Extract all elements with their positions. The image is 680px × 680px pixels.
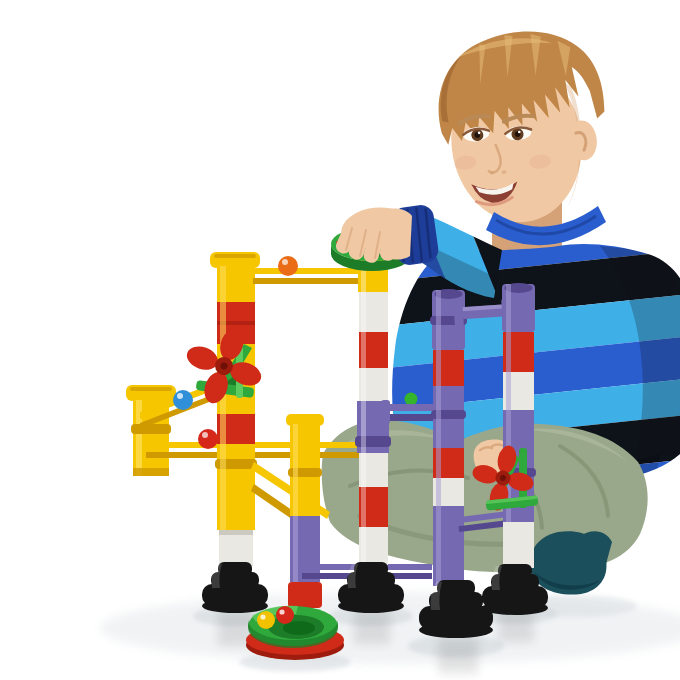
tower-b — [126, 385, 176, 476]
marble-blue — [173, 390, 193, 410]
column-d — [501, 283, 536, 568]
marble-green — [405, 393, 418, 406]
boy-sock — [530, 531, 612, 594]
photo-scene: Studio product-style photo on a white ba… — [40, 16, 680, 680]
marble-yellow-tray — [257, 611, 275, 629]
boy-head — [430, 23, 618, 231]
column-c — [430, 289, 467, 586]
rail-lower — [146, 429, 366, 458]
marble-orange — [278, 256, 298, 276]
base-cone-column-c — [419, 580, 493, 638]
marble-red-tray — [276, 606, 294, 624]
tower-a — [210, 252, 260, 566]
base-cone-tower-a — [202, 562, 268, 613]
marble-red-rail — [198, 429, 218, 449]
scene-svg — [40, 16, 680, 680]
